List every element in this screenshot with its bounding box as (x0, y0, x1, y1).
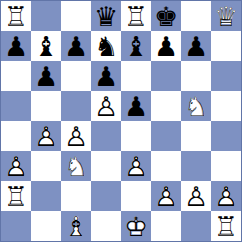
square-f7[interactable]: ♟ (151, 31, 181, 61)
square-a2[interactable]: ♜♖ (1, 181, 31, 211)
square-b6[interactable]: ♟ (31, 61, 61, 91)
square-h3[interactable] (211, 151, 241, 181)
square-d2[interactable] (91, 181, 121, 211)
piece-black-pawn: ♟ (151, 31, 181, 61)
square-f2[interactable]: ♟♙ (151, 181, 181, 211)
square-f8[interactable]: ♚ (151, 1, 181, 31)
square-g4[interactable] (181, 121, 211, 151)
square-h6[interactable] (211, 61, 241, 91)
piece-black-bishop: ♝ (31, 31, 61, 61)
piece-black-queen: ♛ (91, 1, 121, 31)
square-g7[interactable]: ♟ (181, 31, 211, 61)
piece-white-pawn: ♟♙ (211, 181, 241, 211)
square-b2[interactable] (31, 181, 61, 211)
piece-black-king: ♚ (151, 1, 181, 31)
square-c5[interactable] (61, 91, 91, 121)
square-e6[interactable] (121, 61, 151, 91)
piece-black-knight: ♞ (91, 31, 121, 61)
piece-white-knight: ♞♘ (61, 151, 91, 181)
piece-white-rook: ♜♖ (121, 1, 151, 31)
square-e7[interactable]: ♝ (121, 31, 151, 61)
piece-white-pawn: ♟♙ (151, 181, 181, 211)
square-c1[interactable]: ♝♗ (61, 211, 91, 241)
square-e4[interactable] (121, 121, 151, 151)
square-d5[interactable]: ♟♙ (91, 91, 121, 121)
piece-white-pawn: ♟♙ (1, 151, 31, 181)
square-c8[interactable] (61, 1, 91, 31)
square-h8[interactable]: ♛♕ (211, 1, 241, 31)
piece-white-rook: ♜♖ (1, 1, 31, 31)
square-h7[interactable] (211, 31, 241, 61)
square-b7[interactable]: ♝ (31, 31, 61, 61)
piece-white-knight: ♞♘ (181, 91, 211, 121)
chess-board: ♜♖♛♜♖♚♛♕♟♝♟♞♝♟♟♟♟♟♙♟♞♘♟♙♟♙♟♙♞♘♟♙♜♖♟♙♟♙♟♙… (0, 0, 242, 242)
square-f5[interactable] (151, 91, 181, 121)
square-g3[interactable] (181, 151, 211, 181)
square-b1[interactable] (31, 211, 61, 241)
square-a1[interactable] (1, 211, 31, 241)
square-a5[interactable] (1, 91, 31, 121)
square-e1[interactable]: ♚♔ (121, 211, 151, 241)
square-g5[interactable]: ♞♘ (181, 91, 211, 121)
square-e2[interactable] (121, 181, 151, 211)
square-e8[interactable]: ♜♖ (121, 1, 151, 31)
square-g2[interactable]: ♟♙ (181, 181, 211, 211)
square-c7[interactable]: ♟ (61, 31, 91, 61)
square-a4[interactable] (1, 121, 31, 151)
piece-white-pawn: ♟♙ (181, 181, 211, 211)
square-h2[interactable]: ♟♙ (211, 181, 241, 211)
square-c4[interactable]: ♟♙ (61, 121, 91, 151)
square-b8[interactable] (31, 1, 61, 31)
square-f3[interactable] (151, 151, 181, 181)
square-d7[interactable]: ♞ (91, 31, 121, 61)
square-f1[interactable] (151, 211, 181, 241)
piece-black-pawn: ♟ (181, 31, 211, 61)
piece-white-queen: ♛♕ (211, 1, 241, 31)
square-h5[interactable] (211, 91, 241, 121)
square-a7[interactable]: ♟ (1, 31, 31, 61)
square-d3[interactable] (91, 151, 121, 181)
piece-white-pawn: ♟♙ (31, 121, 61, 151)
square-d8[interactable]: ♛ (91, 1, 121, 31)
square-d4[interactable] (91, 121, 121, 151)
square-e3[interactable]: ♟♙ (121, 151, 151, 181)
square-f4[interactable] (151, 121, 181, 151)
square-c3[interactable]: ♞♘ (61, 151, 91, 181)
piece-black-bishop: ♝ (121, 31, 151, 61)
square-a8[interactable]: ♜♖ (1, 1, 31, 31)
square-a3[interactable]: ♟♙ (1, 151, 31, 181)
square-c2[interactable] (61, 181, 91, 211)
piece-black-pawn: ♟ (1, 31, 31, 61)
piece-black-pawn: ♟ (121, 91, 151, 121)
square-g6[interactable] (181, 61, 211, 91)
square-g1[interactable] (181, 211, 211, 241)
piece-white-pawn: ♟♙ (61, 121, 91, 151)
piece-black-pawn: ♟ (61, 31, 91, 61)
square-h4[interactable] (211, 121, 241, 151)
square-b4[interactable]: ♟♙ (31, 121, 61, 151)
piece-white-rook: ♜♖ (211, 211, 241, 241)
square-f6[interactable] (151, 61, 181, 91)
square-a6[interactable] (1, 61, 31, 91)
square-b3[interactable] (31, 151, 61, 181)
piece-black-pawn: ♟ (31, 61, 61, 91)
square-d6[interactable]: ♟ (91, 61, 121, 91)
square-d1[interactable] (91, 211, 121, 241)
square-g8[interactable] (181, 1, 211, 31)
square-c6[interactable] (61, 61, 91, 91)
square-e5[interactable]: ♟ (121, 91, 151, 121)
piece-white-pawn: ♟♙ (91, 91, 121, 121)
square-b5[interactable] (31, 91, 61, 121)
piece-black-pawn: ♟ (91, 61, 121, 91)
piece-white-king: ♚♔ (121, 211, 151, 241)
piece-white-bishop: ♝♗ (61, 211, 91, 241)
square-h1[interactable]: ♜♖ (211, 211, 241, 241)
piece-white-rook: ♜♖ (1, 181, 31, 211)
piece-white-pawn: ♟♙ (121, 151, 151, 181)
